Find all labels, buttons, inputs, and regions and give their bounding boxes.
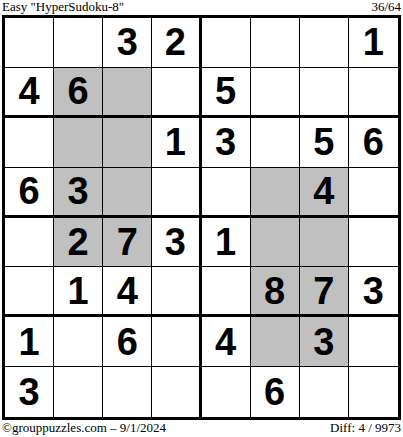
cell-r8c8[interactable] xyxy=(349,367,398,417)
cell-r6c1[interactable] xyxy=(5,267,54,317)
cell-r1c7[interactable] xyxy=(300,18,349,68)
sudoku-board: 3214651356634273114873164336 xyxy=(2,15,401,420)
cell-r7c5: 4 xyxy=(202,317,251,367)
cell-r5c7[interactable] xyxy=(300,218,349,268)
cell-r3c4: 1 xyxy=(152,118,201,168)
cell-r6c5[interactable] xyxy=(202,267,251,317)
cell-r1c4: 2 xyxy=(152,18,201,68)
cell-r1c8: 1 xyxy=(349,18,398,68)
cell-r2c5: 5 xyxy=(202,68,251,118)
cell-r1c3: 3 xyxy=(103,18,152,68)
cell-r6c3: 4 xyxy=(103,267,152,317)
cell-r2c1: 4 xyxy=(5,68,54,118)
cell-r8c1: 3 xyxy=(5,367,54,417)
cell-r6c6: 8 xyxy=(251,267,300,317)
cell-r4c7: 4 xyxy=(300,168,349,218)
cell-r6c8: 3 xyxy=(349,267,398,317)
cell-r2c2: 6 xyxy=(54,68,103,118)
cell-r3c3[interactable] xyxy=(103,118,152,168)
cell-r5c4: 3 xyxy=(152,218,201,268)
cell-r3c8: 6 xyxy=(349,118,398,168)
copyright-text: ©grouppuzzles.com – 9/1/2024 xyxy=(2,421,166,435)
cell-r5c8[interactable] xyxy=(349,218,398,268)
cell-r4c6[interactable] xyxy=(251,168,300,218)
cell-r3c1[interactable] xyxy=(5,118,54,168)
cell-r8c7[interactable] xyxy=(300,367,349,417)
cell-r7c3: 6 xyxy=(103,317,152,367)
cell-r5c1[interactable] xyxy=(5,218,54,268)
cell-r4c5[interactable] xyxy=(202,168,251,218)
puzzle-title: Easy "HyperSudoku-8" xyxy=(2,0,124,14)
cell-r3c6[interactable] xyxy=(251,118,300,168)
cell-r2c4[interactable] xyxy=(152,68,201,118)
cell-r3c7: 5 xyxy=(300,118,349,168)
footer: ©grouppuzzles.com – 9/1/2024 Diff: 4 / 9… xyxy=(2,420,401,435)
cell-r7c2[interactable] xyxy=(54,317,103,367)
cell-r6c4[interactable] xyxy=(152,267,201,317)
cell-r5c5: 1 xyxy=(202,218,251,268)
cell-r5c2: 2 xyxy=(54,218,103,268)
cell-r3c2[interactable] xyxy=(54,118,103,168)
header: Easy "HyperSudoku-8" 36/64 xyxy=(2,0,401,15)
cells-counter: 36/64 xyxy=(371,0,401,14)
cell-r5c6[interactable] xyxy=(251,218,300,268)
cell-r4c3[interactable] xyxy=(103,168,152,218)
cell-r7c8[interactable] xyxy=(349,317,398,367)
cell-r2c8[interactable] xyxy=(349,68,398,118)
cell-r1c5[interactable] xyxy=(202,18,251,68)
cell-r6c2: 1 xyxy=(54,267,103,317)
cell-r8c5[interactable] xyxy=(202,367,251,417)
cell-r4c2: 3 xyxy=(54,168,103,218)
cell-r2c3[interactable] xyxy=(103,68,152,118)
cell-r4c4[interactable] xyxy=(152,168,201,218)
cell-r8c3[interactable] xyxy=(103,367,152,417)
cell-r8c4[interactable] xyxy=(152,367,201,417)
cell-r7c7: 3 xyxy=(300,317,349,367)
cell-r1c2[interactable] xyxy=(54,18,103,68)
difficulty-text: Diff: 4 / 9973 xyxy=(330,421,401,435)
cell-r2c7[interactable] xyxy=(300,68,349,118)
cell-r5c3: 7 xyxy=(103,218,152,268)
puzzle-page: Easy "HyperSudoku-8" 36/64 3214651356634… xyxy=(0,0,403,437)
cell-r3c5: 3 xyxy=(202,118,251,168)
cell-r7c1: 1 xyxy=(5,317,54,367)
cell-r7c6[interactable] xyxy=(251,317,300,367)
cell-r6c7: 7 xyxy=(300,267,349,317)
cell-r7c4[interactable] xyxy=(152,317,201,367)
cell-r4c8[interactable] xyxy=(349,168,398,218)
cell-r8c2[interactable] xyxy=(54,367,103,417)
cell-r1c1[interactable] xyxy=(5,18,54,68)
cell-r2c6[interactable] xyxy=(251,68,300,118)
cell-r4c1: 6 xyxy=(5,168,54,218)
cell-r8c6: 6 xyxy=(251,367,300,417)
cell-r1c6[interactable] xyxy=(251,18,300,68)
